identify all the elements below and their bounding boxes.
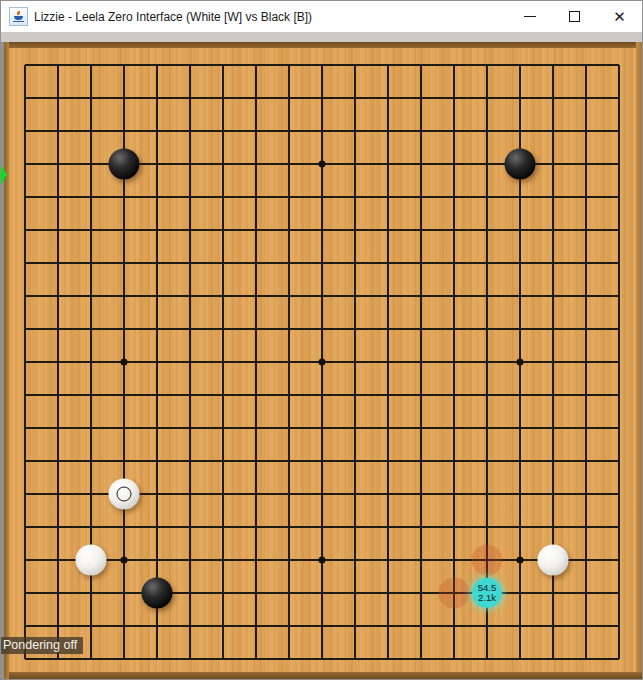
star-point-K16 [319, 161, 326, 168]
minimize-button[interactable] [507, 1, 552, 32]
close-button[interactable]: ✕ [597, 1, 642, 32]
pondering-status: Pondering off [1, 637, 83, 654]
grid-hline [25, 658, 619, 660]
candidate-move-O3[interactable] [439, 578, 470, 609]
titlebar-lower-strip [1, 32, 642, 42]
grid-hline [25, 394, 619, 396]
title-bar: Lizzie - Leela Zero Interface (White [W]… [1, 1, 642, 32]
stone-black-Q16 [505, 149, 536, 180]
grid-hline [25, 526, 619, 528]
grid-vline [618, 65, 620, 659]
candidate-move-P4[interactable] [472, 545, 503, 576]
best-move-P3[interactable]: 54.52.1k [472, 578, 502, 608]
window-controls: ✕ [507, 1, 642, 32]
grid-hline [25, 460, 619, 462]
green-arrow-icon [1, 165, 7, 185]
board-frame-bottom [1, 672, 643, 679]
close-icon: ✕ [613, 9, 626, 24]
java-app-icon [9, 7, 28, 26]
maximize-icon [569, 11, 580, 22]
star-point-Q4 [517, 557, 524, 564]
minimize-icon [524, 16, 536, 17]
grid-hline [25, 592, 619, 594]
window-title: Lizzie - Leela Zero Interface (White [W]… [34, 10, 312, 24]
best-move-visits: 2.1k [478, 593, 496, 603]
star-point-K4 [319, 557, 326, 564]
grid-vline [585, 65, 587, 659]
last-move-marker [117, 487, 132, 502]
grid-hline [25, 625, 619, 627]
java-coffee-cup-icon [13, 11, 24, 23]
grid-vline [420, 65, 422, 659]
lizzie-window: Lizzie - Leela Zero Interface (White [W]… [0, 0, 643, 680]
grid-vline [387, 65, 389, 659]
goban[interactable]: 54.52.1k [1, 42, 643, 680]
stone-white-C4 [76, 545, 107, 576]
grid-hline [25, 427, 619, 429]
board-frame-top [1, 42, 643, 48]
star-point-D10 [121, 359, 128, 366]
star-point-Q10 [517, 359, 524, 366]
star-point-D4 [121, 557, 128, 564]
stone-black-D16 [109, 149, 140, 180]
maximize-button[interactable] [552, 1, 597, 32]
board-frame-right [636, 42, 643, 680]
board-frame-left-inner [4, 42, 9, 680]
grid-vline [354, 65, 356, 659]
stone-white-R4 [538, 545, 569, 576]
stone-black-E3 [142, 578, 173, 609]
star-point-K10 [319, 359, 326, 366]
stone-white-D6 [109, 479, 140, 510]
grid-vline [453, 65, 455, 659]
